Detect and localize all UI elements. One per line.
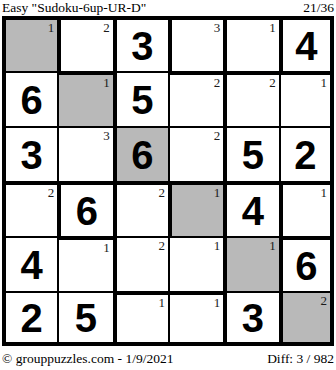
cell-r6c5[interactable]: 3 — [223, 291, 278, 346]
footer: © grouppuzzles.com - 1/9/2021 Diff: 3 / … — [2, 351, 334, 368]
pencil-mark: 3 — [214, 21, 221, 35]
puzzle-counter: 21/36 — [303, 0, 334, 16]
pencil-mark: 2 — [214, 76, 221, 90]
cell-r3c1[interactable]: 3 — [2, 126, 57, 181]
cell-r5c1[interactable]: 4 — [2, 236, 57, 291]
cell-r6c3[interactable]: 1 — [113, 291, 168, 346]
cell-r3c5[interactable]: 5 — [223, 126, 278, 181]
cell-r1c3[interactable]: 3 — [113, 16, 168, 71]
cell-r4c1[interactable]: 2 — [2, 181, 57, 236]
cell-value: 3 — [242, 298, 264, 338]
cell-value: 4 — [295, 26, 317, 66]
cell-r2c2[interactable]: 1 — [57, 71, 112, 126]
cell-r3c3[interactable]: 6 — [113, 126, 168, 181]
cell-r3c6[interactable]: 2 — [279, 126, 334, 181]
cell-r1c4[interactable]: 3 — [168, 16, 223, 71]
cell-r1c2[interactable]: 2 — [57, 16, 112, 71]
difficulty-text: Diff: 3 / 982 — [267, 351, 334, 367]
cell-r4c5[interactable]: 4 — [223, 181, 278, 236]
page-title: Easy "Sudoku-6up-UR-D" — [2, 0, 146, 16]
pencil-mark: 1 — [269, 21, 276, 35]
cell-r2c5[interactable]: 2 — [223, 71, 278, 126]
pencil-mark: 1 — [214, 186, 221, 200]
cell-value: 5 — [131, 80, 153, 120]
cell-r4c6[interactable]: 1 — [279, 181, 334, 236]
cell-r4c3[interactable]: 2 — [113, 181, 168, 236]
pencil-mark: 1 — [320, 186, 327, 200]
sudoku-board: 123314615221336252262141412116251132 — [2, 16, 334, 346]
cell-value: 5 — [242, 135, 264, 175]
pencil-mark: 2 — [158, 239, 165, 253]
cell-r4c4[interactable]: 1 — [168, 181, 223, 236]
cell-value: 6 — [21, 80, 43, 120]
cell-value: 4 — [242, 191, 264, 231]
cell-r5c2[interactable]: 1 — [57, 236, 112, 291]
pencil-mark: 1 — [214, 296, 221, 310]
cell-r1c5[interactable]: 1 — [223, 16, 278, 71]
cell-r4c2[interactable]: 6 — [57, 181, 112, 236]
cell-r2c3[interactable]: 5 — [113, 71, 168, 126]
cell-value: 4 — [21, 245, 43, 285]
cell-r6c4[interactable]: 1 — [168, 291, 223, 346]
cell-r6c6[interactable]: 2 — [279, 291, 334, 346]
pencil-mark: 1 — [103, 76, 110, 90]
cell-r2c4[interactable]: 2 — [168, 71, 223, 126]
pencil-mark: 1 — [269, 239, 276, 253]
copyright-text: © grouppuzzles.com - 1/9/2021 — [2, 351, 173, 367]
cell-r2c6[interactable]: 1 — [279, 71, 334, 126]
pencil-mark: 2 — [48, 186, 55, 200]
pencil-mark: 1 — [48, 21, 55, 35]
cell-r6c2[interactable]: 5 — [57, 291, 112, 346]
cell-r3c2[interactable]: 3 — [57, 126, 112, 181]
cell-value: 5 — [75, 298, 97, 338]
cell-r3c4[interactable]: 2 — [168, 126, 223, 181]
cell-value: 6 — [295, 246, 317, 286]
pencil-mark: 2 — [320, 294, 327, 308]
cell-value: 2 — [294, 135, 316, 175]
cell-r2c1[interactable]: 6 — [2, 71, 57, 126]
cell-r1c6[interactable]: 4 — [279, 16, 334, 71]
pencil-mark: 2 — [269, 76, 276, 90]
cell-r5c6[interactable]: 6 — [279, 236, 334, 291]
cell-value: 6 — [76, 191, 98, 231]
pencil-mark: 2 — [158, 186, 165, 200]
pencil-mark: 2 — [103, 21, 110, 35]
pencil-mark: 1 — [103, 241, 110, 255]
cell-r1c1[interactable]: 1 — [2, 16, 57, 71]
cell-r5c4[interactable]: 1 — [168, 236, 223, 291]
cell-value: 3 — [21, 135, 43, 175]
cell-r5c3[interactable]: 2 — [113, 236, 168, 291]
cell-r5c5[interactable]: 1 — [223, 236, 278, 291]
cell-value: 2 — [21, 298, 43, 338]
header: Easy "Sudoku-6up-UR-D" 21/36 — [2, 0, 334, 15]
pencil-mark: 1 — [214, 239, 221, 253]
pencil-mark: 2 — [214, 129, 221, 143]
cell-value: 3 — [131, 26, 153, 66]
pencil-mark: 1 — [158, 296, 165, 310]
cell-r6c1[interactable]: 2 — [2, 291, 57, 346]
cell-value: 6 — [131, 135, 153, 175]
pencil-mark: 3 — [103, 129, 110, 143]
pencil-mark: 1 — [320, 76, 327, 90]
puzzle-page: Easy "Sudoku-6up-UR-D" 21/36 12331461522… — [0, 0, 336, 370]
